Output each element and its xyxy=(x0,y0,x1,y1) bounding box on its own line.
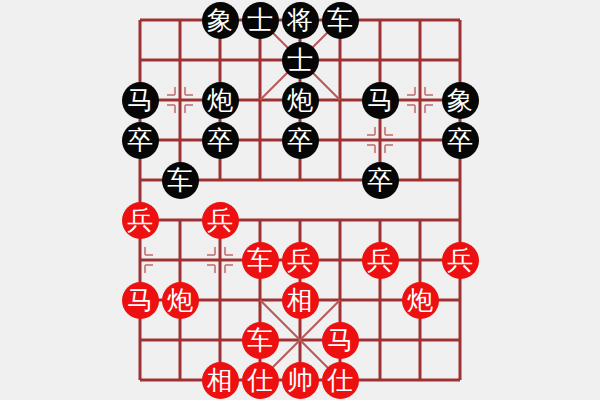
black-soldier-piece[interactable]: 卒 xyxy=(442,122,479,159)
red-cannon-piece[interactable]: 炮 xyxy=(402,282,439,319)
red-chariot-piece[interactable]: 车 xyxy=(242,242,279,279)
black-chariot-piece[interactable]: 车 xyxy=(322,2,359,39)
black-chariot-piece[interactable]: 车 xyxy=(162,162,199,199)
black-horse-piece[interactable]: 马 xyxy=(362,82,399,119)
red-chariot-piece[interactable]: 车 xyxy=(242,322,279,359)
red-elephant-piece[interactable]: 相 xyxy=(202,362,239,399)
red-soldier-piece[interactable]: 兵 xyxy=(362,242,399,279)
red-soldier-piece[interactable]: 兵 xyxy=(442,242,479,279)
red-horse-piece[interactable]: 马 xyxy=(122,282,159,319)
black-horse-piece[interactable]: 马 xyxy=(122,82,159,119)
black-cannon-piece[interactable]: 炮 xyxy=(282,82,319,119)
black-general-piece[interactable]: 将 xyxy=(282,2,319,39)
red-cannon-piece[interactable]: 炮 xyxy=(162,282,199,319)
black-soldier-piece[interactable]: 卒 xyxy=(362,162,399,199)
red-soldier-piece[interactable]: 兵 xyxy=(122,202,159,239)
red-soldier-piece[interactable]: 兵 xyxy=(202,202,239,239)
xiangqi-board: 象士将车士马炮炮马象卒卒卒卒车卒兵兵车兵兵兵马炮相炮车马相仕帅仕 xyxy=(0,0,600,400)
red-elephant-piece[interactable]: 相 xyxy=(282,282,319,319)
black-soldier-piece[interactable]: 卒 xyxy=(282,122,319,159)
black-soldier-piece[interactable]: 卒 xyxy=(202,122,239,159)
red-horse-piece[interactable]: 马 xyxy=(322,322,359,359)
black-soldier-piece[interactable]: 卒 xyxy=(122,122,159,159)
black-advisor-piece[interactable]: 士 xyxy=(242,2,279,39)
red-advisor-piece[interactable]: 仕 xyxy=(322,362,359,399)
pieces-grid[interactable]: 象士将车士马炮炮马象卒卒卒卒车卒兵兵车兵兵兵马炮相炮车马相仕帅仕 xyxy=(120,0,480,400)
black-advisor-piece[interactable]: 士 xyxy=(282,42,319,79)
red-advisor-piece[interactable]: 仕 xyxy=(242,362,279,399)
black-elephant-piece[interactable]: 象 xyxy=(202,2,239,39)
black-cannon-piece[interactable]: 炮 xyxy=(202,82,239,119)
black-elephant-piece[interactable]: 象 xyxy=(442,82,479,119)
red-general-piece[interactable]: 帅 xyxy=(282,362,319,399)
red-soldier-piece[interactable]: 兵 xyxy=(282,242,319,279)
